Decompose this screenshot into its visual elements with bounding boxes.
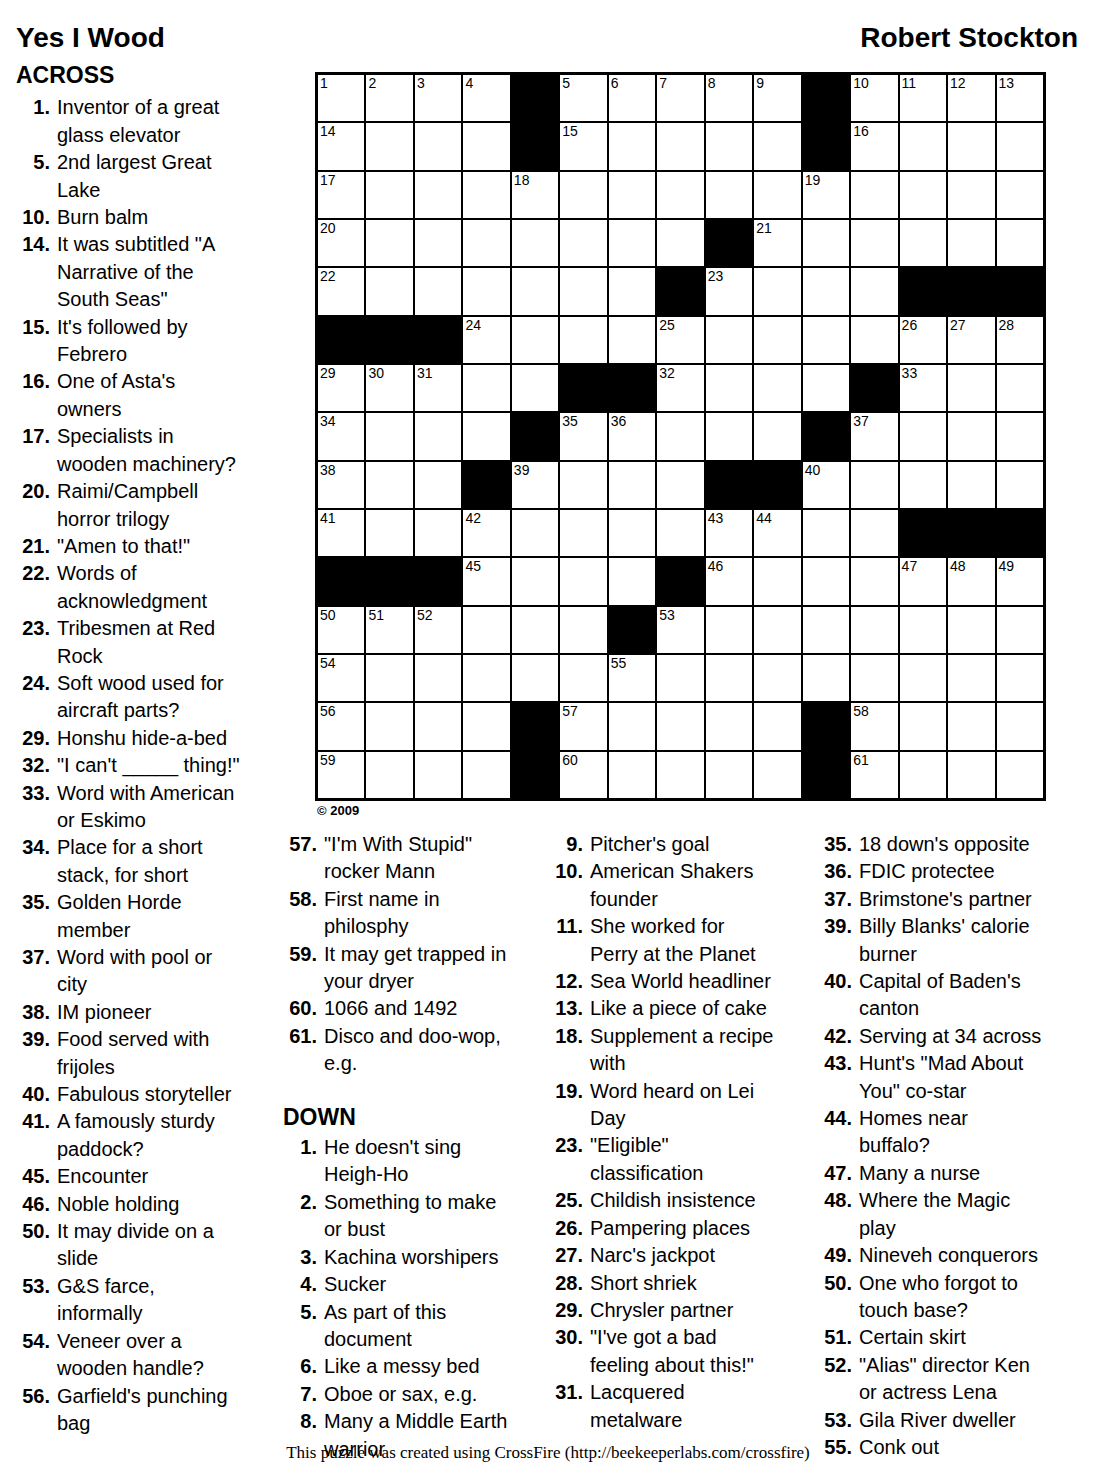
cell-r2c15[interactable] — [996, 122, 1044, 170]
cell-number-23: 23 — [708, 268, 724, 285]
cell-r4c1[interactable]: 20 — [317, 219, 365, 267]
cell-number-42: 42 — [465, 510, 481, 527]
cell-r7c10[interactable] — [753, 364, 801, 412]
cell-r7c14[interactable] — [947, 364, 995, 412]
cell-r13c12[interactable] — [850, 654, 898, 702]
cell-r11c11[interactable] — [802, 557, 850, 605]
cell-r7c15[interactable] — [996, 364, 1044, 412]
cell-r12c6[interactable] — [559, 606, 607, 654]
cell-number-28: 28 — [999, 317, 1015, 334]
cell-number-50: 50 — [320, 607, 336, 624]
cell-r3c4[interactable] — [462, 171, 510, 219]
clue-across-33: 33.Word with American or Eskimo — [16, 780, 284, 835]
cell-r7c13[interactable]: 33 — [899, 364, 947, 412]
cell-r15c4[interactable] — [462, 751, 510, 799]
cell-r10c7[interactable] — [608, 509, 656, 557]
cell-r14c9[interactable] — [705, 702, 753, 750]
cell-number-35: 35 — [562, 413, 578, 430]
cell-r14c7[interactable] — [608, 702, 656, 750]
cell-r15c13[interactable] — [899, 751, 947, 799]
cell-r8c12[interactable]: 37 — [850, 412, 898, 460]
cell-r6c5[interactable] — [511, 316, 559, 364]
cell-r10c9[interactable]: 43 — [705, 509, 753, 557]
clue-text: Certain skirt — [859, 1326, 966, 1348]
clue-across-15: 15.It's followed by Febrero — [16, 314, 284, 369]
clue-down-39: 39.Billy Blanks' calorie burner — [818, 913, 1088, 968]
clue-text: He doesn't sing Heigh-Ho — [324, 1136, 461, 1185]
cell-r4c7[interactable] — [608, 219, 656, 267]
cell-r15c14[interactable] — [947, 751, 995, 799]
cell-r2c9[interactable] — [705, 122, 753, 170]
cell-r8c7[interactable]: 36 — [608, 412, 656, 460]
cell-r2c4[interactable] — [462, 122, 510, 170]
cell-r5c4[interactable] — [462, 267, 510, 315]
clue-number: 20. — [16, 478, 50, 505]
clue-text: First name in philosphy — [324, 888, 440, 937]
cell-r11c4[interactable]: 45 — [462, 557, 510, 605]
clue-text: A famously sturdy paddock? — [57, 1110, 215, 1159]
clue-number: 26. — [549, 1215, 583, 1242]
clue-number: 61. — [283, 1023, 317, 1050]
cell-r10c2[interactable] — [365, 509, 413, 557]
clue-number: 58. — [283, 886, 317, 913]
cell-r6c15[interactable]: 28 — [996, 316, 1044, 364]
black-cell-r1c5 — [511, 74, 559, 122]
cell-r12c14[interactable] — [947, 606, 995, 654]
clue-column-across: ACROSS 1.Inventor of a great glass eleva… — [16, 62, 284, 1437]
clue-down-53: 53.Gila River dweller — [818, 1407, 1088, 1434]
cell-r14c10[interactable] — [753, 702, 801, 750]
cell-r11c9[interactable]: 46 — [705, 557, 753, 605]
cell-r3c14[interactable] — [947, 171, 995, 219]
cell-r7c1[interactable]: 29 — [317, 364, 365, 412]
cell-r2c13[interactable] — [899, 122, 947, 170]
cell-r13c14[interactable] — [947, 654, 995, 702]
clue-across-29: 29.Honshu hide-a-bed — [16, 725, 284, 752]
cell-r10c4[interactable]: 42 — [462, 509, 510, 557]
cell-r1c13[interactable]: 11 — [899, 74, 947, 122]
cell-r12c3[interactable]: 52 — [414, 606, 462, 654]
cell-r5c7[interactable] — [608, 267, 656, 315]
cell-r1c4[interactable]: 4 — [462, 74, 510, 122]
cell-r14c12[interactable]: 58 — [850, 702, 898, 750]
cell-r1c2[interactable]: 2 — [365, 74, 413, 122]
cell-number-41: 41 — [320, 510, 336, 527]
cell-r13c7[interactable]: 55 — [608, 654, 656, 702]
cell-r5c3[interactable] — [414, 267, 462, 315]
clue-across-32: 32."I can't _____ thing!" — [16, 752, 284, 779]
clue-down-36: 36.FDIC protectee — [818, 858, 1088, 885]
clue-down-4: 4.Sucker — [283, 1271, 546, 1298]
cell-r12c9[interactable] — [705, 606, 753, 654]
cell-r9c2[interactable] — [365, 461, 413, 509]
cell-r6c4[interactable]: 24 — [462, 316, 510, 364]
copyright-notice: © 2009 — [317, 803, 359, 818]
cell-r14c2[interactable] — [365, 702, 413, 750]
footer-credit: This puzzle was created using CrossFire … — [0, 1443, 1096, 1463]
cell-r10c5[interactable] — [511, 509, 559, 557]
cell-number-43: 43 — [708, 510, 724, 527]
cell-r5c10[interactable] — [753, 267, 801, 315]
cell-r6c14[interactable]: 27 — [947, 316, 995, 364]
cell-r5c5[interactable] — [511, 267, 559, 315]
clue-number: 9. — [549, 831, 583, 858]
cell-r4c6[interactable] — [559, 219, 607, 267]
cell-r3c9[interactable] — [705, 171, 753, 219]
across-clue-list-continued: 57."I'm With Stupid" rocker Mann58.First… — [283, 831, 546, 1078]
clue-down-37: 37.Brimstone's partner — [818, 886, 1088, 913]
clue-down-23: 23."Eligible" classification — [549, 1132, 816, 1187]
clue-down-2: 2.Something to make or bust — [283, 1189, 546, 1244]
cell-r13c15[interactable] — [996, 654, 1044, 702]
cell-r4c3[interactable] — [414, 219, 462, 267]
cell-r12c4[interactable] — [462, 606, 510, 654]
cell-number-45: 45 — [465, 558, 481, 575]
cell-r5c12[interactable] — [850, 267, 898, 315]
clue-number: 56. — [16, 1383, 50, 1410]
clue-number: 25. — [549, 1187, 583, 1214]
clue-text: Encounter — [57, 1165, 148, 1187]
cell-r8c6[interactable]: 35 — [559, 412, 607, 460]
cell-r12c8[interactable]: 53 — [656, 606, 704, 654]
cell-r6c10[interactable] — [753, 316, 801, 364]
clue-across-1: 1.Inventor of a great glass elevator — [16, 94, 284, 149]
clue-text: Inventor of a great glass elevator — [57, 96, 219, 145]
cell-r15c1[interactable]: 59 — [317, 751, 365, 799]
cell-r3c3[interactable] — [414, 171, 462, 219]
down-heading: DOWN — [283, 1104, 546, 1131]
cell-r10c11[interactable] — [802, 509, 850, 557]
clue-number: 30. — [549, 1324, 583, 1351]
cell-r12c5[interactable] — [511, 606, 559, 654]
cell-r9c3[interactable] — [414, 461, 462, 509]
cell-r10c8[interactable] — [656, 509, 704, 557]
cell-r5c1[interactable]: 22 — [317, 267, 365, 315]
cell-number-34: 34 — [320, 413, 336, 430]
cell-r12c1[interactable]: 50 — [317, 606, 365, 654]
cell-r11c12[interactable] — [850, 557, 898, 605]
cell-r13c1[interactable]: 54 — [317, 654, 365, 702]
cell-r14c6[interactable]: 57 — [559, 702, 607, 750]
cell-r2c2[interactable] — [365, 122, 413, 170]
cell-r11c10[interactable] — [753, 557, 801, 605]
cell-r4c8[interactable] — [656, 219, 704, 267]
clue-down-49: 49.Nineveh conquerors — [818, 1242, 1088, 1269]
clue-number: 50. — [818, 1270, 852, 1297]
clue-across-38: 38.IM pioneer — [16, 999, 284, 1026]
cell-r9c1[interactable]: 38 — [317, 461, 365, 509]
cell-r1c12[interactable]: 10 — [850, 74, 898, 122]
cell-r11c13[interactable]: 47 — [899, 557, 947, 605]
clue-text: Narc's jackpot — [590, 1244, 715, 1266]
cell-r2c7[interactable] — [608, 122, 656, 170]
black-cell-r7c7 — [608, 364, 656, 412]
cell-r7c3[interactable]: 31 — [414, 364, 462, 412]
cell-number-8: 8 — [708, 75, 716, 92]
clue-number: 1. — [283, 1134, 317, 1161]
cell-r6c12[interactable] — [850, 316, 898, 364]
cell-r6c8[interactable]: 25 — [656, 316, 704, 364]
cell-r4c13[interactable] — [899, 219, 947, 267]
cell-r9c5[interactable]: 39 — [511, 461, 559, 509]
clue-number: 23. — [549, 1132, 583, 1159]
cell-r8c10[interactable] — [753, 412, 801, 460]
cell-r3c6[interactable] — [559, 171, 607, 219]
cell-r1c1[interactable]: 1 — [317, 74, 365, 122]
black-cell-r7c12 — [850, 364, 898, 412]
cell-r1c8[interactable]: 7 — [656, 74, 704, 122]
cell-number-55: 55 — [611, 655, 627, 672]
cell-r14c13[interactable] — [899, 702, 947, 750]
cell-r8c4[interactable] — [462, 412, 510, 460]
clue-across-17: 17.Specialists in wooden machinery? — [16, 423, 284, 478]
cell-number-39: 39 — [514, 462, 530, 479]
cell-r11c5[interactable] — [511, 557, 559, 605]
black-cell-r7c6 — [559, 364, 607, 412]
cell-r3c13[interactable] — [899, 171, 947, 219]
cell-r7c4[interactable] — [462, 364, 510, 412]
cell-r12c2[interactable]: 51 — [365, 606, 413, 654]
clue-text: Pampering places — [590, 1217, 750, 1239]
cell-number-53: 53 — [659, 607, 675, 624]
clue-text: Specialists in wooden machinery? — [57, 425, 236, 474]
clue-number: 43. — [818, 1050, 852, 1077]
clue-number: 12. — [549, 968, 583, 995]
cell-r15c2[interactable] — [365, 751, 413, 799]
clue-text: It may get trapped in your dryer — [324, 943, 506, 992]
cell-r8c15[interactable] — [996, 412, 1044, 460]
cell-r6c11[interactable] — [802, 316, 850, 364]
cell-r12c15[interactable] — [996, 606, 1044, 654]
cell-r1c6[interactable]: 5 — [559, 74, 607, 122]
cell-r5c11[interactable] — [802, 267, 850, 315]
cell-r3c5[interactable]: 18 — [511, 171, 559, 219]
clue-text: Place for a short stack, for short — [57, 836, 203, 885]
cell-r2c1[interactable]: 14 — [317, 122, 365, 170]
cell-r14c8[interactable] — [656, 702, 704, 750]
puzzle-title: Yes I Wood — [16, 22, 165, 54]
clue-across-59: 59.It may get trapped in your dryer — [283, 941, 546, 996]
cell-r13c4[interactable] — [462, 654, 510, 702]
cell-r2c6[interactable]: 15 — [559, 122, 607, 170]
cell-r13c13[interactable] — [899, 654, 947, 702]
clue-number: 17. — [16, 423, 50, 450]
cell-r15c8[interactable] — [656, 751, 704, 799]
clue-text: "I can't _____ thing!" — [57, 754, 240, 776]
cell-r4c4[interactable] — [462, 219, 510, 267]
cell-r10c3[interactable] — [414, 509, 462, 557]
clue-text: Burn balm — [57, 206, 148, 228]
cell-r5c6[interactable] — [559, 267, 607, 315]
cell-r1c14[interactable]: 12 — [947, 74, 995, 122]
cell-number-7: 7 — [659, 75, 667, 92]
cell-r9c7[interactable] — [608, 461, 656, 509]
cell-r2c14[interactable] — [947, 122, 995, 170]
cell-number-29: 29 — [320, 365, 336, 382]
cell-r7c8[interactable]: 32 — [656, 364, 704, 412]
cell-r15c10[interactable] — [753, 751, 801, 799]
cell-r3c7[interactable] — [608, 171, 656, 219]
cell-r14c14[interactable] — [947, 702, 995, 750]
cell-r2c12[interactable]: 16 — [850, 122, 898, 170]
cell-r5c2[interactable] — [365, 267, 413, 315]
cell-r2c8[interactable] — [656, 122, 704, 170]
cell-r1c7[interactable]: 6 — [608, 74, 656, 122]
clue-number: 52. — [818, 1352, 852, 1379]
cell-number-59: 59 — [320, 752, 336, 769]
cell-number-33: 33 — [902, 365, 918, 382]
black-cell-r9c10 — [753, 461, 801, 509]
cell-r3c8[interactable] — [656, 171, 704, 219]
cell-number-47: 47 — [902, 558, 918, 575]
clue-across-24: 24.Soft wood used for aircraft parts? — [16, 670, 284, 725]
cell-r1c10[interactable]: 9 — [753, 74, 801, 122]
black-cell-r6c1 — [317, 316, 365, 364]
cell-r13c11[interactable] — [802, 654, 850, 702]
clue-across-57: 57."I'm With Stupid" rocker Mann — [283, 831, 546, 886]
cell-r9c15[interactable] — [996, 461, 1044, 509]
cell-r11c14[interactable]: 48 — [947, 557, 995, 605]
cell-r3c12[interactable] — [850, 171, 898, 219]
cell-r12c11[interactable] — [802, 606, 850, 654]
cell-r15c3[interactable] — [414, 751, 462, 799]
cell-r15c15[interactable] — [996, 751, 1044, 799]
cell-r7c9[interactable] — [705, 364, 753, 412]
cell-r12c12[interactable] — [850, 606, 898, 654]
black-cell-r10c13 — [899, 509, 947, 557]
cell-r8c3[interactable] — [414, 412, 462, 460]
black-cell-r2c5 — [511, 122, 559, 170]
cell-r12c13[interactable] — [899, 606, 947, 654]
clue-down-3: 3.Kachina worshipers — [283, 1244, 546, 1271]
cell-r9c14[interactable] — [947, 461, 995, 509]
cell-r13c9[interactable] — [705, 654, 753, 702]
cell-r10c6[interactable] — [559, 509, 607, 557]
clue-number: 39. — [818, 913, 852, 940]
cell-r4c2[interactable] — [365, 219, 413, 267]
cell-r1c9[interactable]: 8 — [705, 74, 753, 122]
clue-text: As part of this document — [324, 1301, 446, 1350]
cell-r8c14[interactable] — [947, 412, 995, 460]
cell-number-60: 60 — [562, 752, 578, 769]
black-cell-r2c11 — [802, 122, 850, 170]
cell-r4c5[interactable] — [511, 219, 559, 267]
clue-text: It's followed by Febrero — [57, 316, 188, 365]
cell-r4c15[interactable] — [996, 219, 1044, 267]
cell-r2c10[interactable] — [753, 122, 801, 170]
cell-r8c8[interactable] — [656, 412, 704, 460]
cell-r11c15[interactable]: 49 — [996, 557, 1044, 605]
clue-down-43: 43.Hunt's "Mad About You" co-star — [818, 1050, 1088, 1105]
cell-r3c1[interactable]: 17 — [317, 171, 365, 219]
clue-text: Word with American or Eskimo — [57, 782, 234, 831]
clue-down-48: 48.Where the Magic play — [818, 1187, 1088, 1242]
cell-r3c10[interactable] — [753, 171, 801, 219]
cell-r3c15[interactable] — [996, 171, 1044, 219]
cell-r4c12[interactable] — [850, 219, 898, 267]
cell-r4c11[interactable] — [802, 219, 850, 267]
cell-number-57: 57 — [562, 703, 578, 720]
cell-r13c8[interactable] — [656, 654, 704, 702]
black-cell-r11c1 — [317, 557, 365, 605]
cell-r6c13[interactable]: 26 — [899, 316, 947, 364]
cell-r12c10[interactable] — [753, 606, 801, 654]
clue-text: Hunt's "Mad About You" co-star — [859, 1052, 1023, 1101]
cell-r13c10[interactable] — [753, 654, 801, 702]
cell-r10c12[interactable] — [850, 509, 898, 557]
black-cell-r8c5 — [511, 412, 559, 460]
cell-r13c2[interactable] — [365, 654, 413, 702]
cell-r14c4[interactable] — [462, 702, 510, 750]
cell-r6c9[interactable] — [705, 316, 753, 364]
cell-r7c2[interactable]: 30 — [365, 364, 413, 412]
cell-r4c10[interactable]: 21 — [753, 219, 801, 267]
clue-text: Gila River dweller — [859, 1409, 1016, 1431]
cell-r15c9[interactable] — [705, 751, 753, 799]
down-clue-list: 1.He doesn't sing Heigh-Ho2.Something to… — [283, 1134, 546, 1463]
clue-column-2: 57."I'm With Stupid" rocker Mann58.First… — [283, 831, 546, 1463]
cell-r9c11[interactable]: 40 — [802, 461, 850, 509]
cell-r13c6[interactable] — [559, 654, 607, 702]
cell-r11c6[interactable] — [559, 557, 607, 605]
black-cell-r9c4 — [462, 461, 510, 509]
cell-r1c15[interactable]: 13 — [996, 74, 1044, 122]
cell-r13c5[interactable] — [511, 654, 559, 702]
cell-r8c13[interactable] — [899, 412, 947, 460]
cell-r10c10[interactable]: 44 — [753, 509, 801, 557]
clue-text: She worked for Perry at the Planet — [590, 915, 756, 964]
black-cell-r15c5 — [511, 751, 559, 799]
clue-number: 10. — [549, 858, 583, 885]
cell-r8c9[interactable] — [705, 412, 753, 460]
clue-number: 10. — [16, 204, 50, 231]
clue-column-3: 9.Pitcher's goal10.American Shakers foun… — [549, 831, 816, 1434]
cell-r2c3[interactable] — [414, 122, 462, 170]
clue-across-34: 34.Place for a short stack, for short — [16, 834, 284, 889]
cell-r11c7[interactable] — [608, 557, 656, 605]
cell-r14c3[interactable] — [414, 702, 462, 750]
black-cell-r6c3 — [414, 316, 462, 364]
cell-r8c2[interactable] — [365, 412, 413, 460]
cell-r1c3[interactable]: 3 — [414, 74, 462, 122]
cell-r6c6[interactable] — [559, 316, 607, 364]
cell-r9c12[interactable] — [850, 461, 898, 509]
cell-r3c2[interactable] — [365, 171, 413, 219]
cell-r7c11[interactable] — [802, 364, 850, 412]
cell-r4c14[interactable] — [947, 219, 995, 267]
cell-r5c9[interactable]: 23 — [705, 267, 753, 315]
clue-down-27: 27.Narc's jackpot — [549, 1242, 816, 1269]
cell-r9c13[interactable] — [899, 461, 947, 509]
cell-r3c11[interactable]: 19 — [802, 171, 850, 219]
clue-number: 49. — [818, 1242, 852, 1269]
cell-r15c7[interactable] — [608, 751, 656, 799]
cell-r14c1[interactable]: 56 — [317, 702, 365, 750]
cell-r9c8[interactable] — [656, 461, 704, 509]
cell-r9c6[interactable] — [559, 461, 607, 509]
cell-r10c1[interactable]: 41 — [317, 509, 365, 557]
cell-r13c3[interactable] — [414, 654, 462, 702]
down-clue-list-continued: 9.Pitcher's goal10.American Shakers foun… — [549, 831, 816, 1434]
cell-r15c12[interactable]: 61 — [850, 751, 898, 799]
cell-r7c5[interactable] — [511, 364, 559, 412]
cell-r6c7[interactable] — [608, 316, 656, 364]
cell-r14c15[interactable] — [996, 702, 1044, 750]
clue-down-31: 31.Lacquered metalware — [549, 1379, 816, 1434]
clue-down-40: 40.Capital of Baden's canton — [818, 968, 1088, 1023]
cell-r15c6[interactable]: 60 — [559, 751, 607, 799]
cell-r8c1[interactable]: 34 — [317, 412, 365, 460]
